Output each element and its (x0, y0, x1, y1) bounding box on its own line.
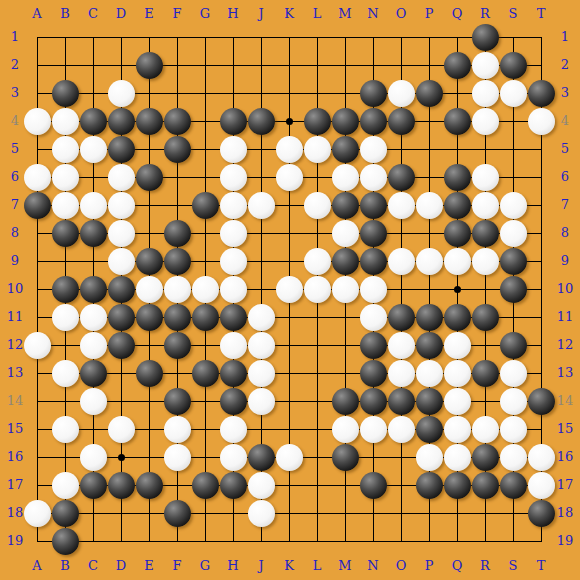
black-stone-H13 (220, 360, 247, 387)
white-stone-R7 (472, 192, 499, 219)
col-label-top-A: A (23, 6, 51, 22)
black-stone-H14 (220, 388, 247, 415)
white-stone-B5 (52, 136, 79, 163)
col-label-top-L: L (303, 6, 331, 22)
row-label-left-15: 15 (2, 421, 28, 437)
white-stone-N15 (360, 416, 387, 443)
col-label-bottom-A: A (23, 558, 51, 574)
row-label-left-7: 7 (2, 197, 28, 213)
black-stone-E9 (136, 248, 163, 275)
black-stone-F11 (164, 304, 191, 331)
white-stone-F15 (164, 416, 191, 443)
row-label-left-2: 2 (2, 57, 28, 73)
col-label-bottom-D: D (107, 558, 135, 574)
white-stone-F16 (164, 444, 191, 471)
black-stone-E6 (136, 164, 163, 191)
white-stone-J18 (248, 500, 275, 527)
white-stone-S15 (500, 416, 527, 443)
white-stone-H6 (220, 164, 247, 191)
white-stone-D7 (108, 192, 135, 219)
black-stone-F18 (164, 500, 191, 527)
row-label-right-16: 16 (552, 449, 578, 465)
black-stone-S9 (500, 248, 527, 275)
row-label-left-17: 17 (2, 477, 28, 493)
white-stone-R6 (472, 164, 499, 191)
black-stone-S10 (500, 276, 527, 303)
row-label-left-4: 4 (2, 113, 28, 129)
black-stone-O4 (388, 108, 415, 135)
hoshi-point (454, 286, 461, 293)
col-label-bottom-G: G (191, 558, 219, 574)
col-label-top-J: J (247, 6, 275, 22)
col-label-top-S: S (499, 6, 527, 22)
row-label-right-1: 1 (552, 29, 578, 45)
black-stone-P12 (416, 332, 443, 359)
black-stone-F9 (164, 248, 191, 275)
black-stone-S12 (500, 332, 527, 359)
black-stone-E17 (136, 472, 163, 499)
row-label-right-6: 6 (552, 169, 578, 185)
black-stone-B8 (52, 220, 79, 247)
col-label-top-H: H (219, 6, 247, 22)
white-stone-S8 (500, 220, 527, 247)
col-label-bottom-H: H (219, 558, 247, 574)
black-stone-N17 (360, 472, 387, 499)
white-stone-D9 (108, 248, 135, 275)
row-label-right-2: 2 (552, 57, 578, 73)
white-stone-P9 (416, 248, 443, 275)
black-stone-O14 (388, 388, 415, 415)
black-stone-T14 (528, 388, 555, 415)
black-stone-P17 (416, 472, 443, 499)
col-label-bottom-J: J (247, 558, 275, 574)
white-stone-C5 (80, 136, 107, 163)
col-label-top-R: R (471, 6, 499, 22)
col-label-top-Q: Q (443, 6, 471, 22)
col-label-bottom-K: K (275, 558, 303, 574)
row-label-right-5: 5 (552, 141, 578, 157)
white-stone-D15 (108, 416, 135, 443)
white-stone-T16 (528, 444, 555, 471)
white-stone-B11 (52, 304, 79, 331)
white-stone-D6 (108, 164, 135, 191)
black-stone-Q8 (444, 220, 471, 247)
white-stone-H15 (220, 416, 247, 443)
white-stone-E10 (136, 276, 163, 303)
white-stone-S7 (500, 192, 527, 219)
black-stone-Q6 (444, 164, 471, 191)
black-stone-C13 (80, 360, 107, 387)
col-label-top-B: B (51, 6, 79, 22)
col-label-bottom-T: T (527, 558, 555, 574)
black-stone-H4 (220, 108, 247, 135)
col-label-bottom-F: F (163, 558, 191, 574)
black-stone-Q4 (444, 108, 471, 135)
black-stone-C4 (80, 108, 107, 135)
black-stone-Q7 (444, 192, 471, 219)
row-label-left-16: 16 (2, 449, 28, 465)
black-stone-E2 (136, 52, 163, 79)
white-stone-S16 (500, 444, 527, 471)
black-stone-N7 (360, 192, 387, 219)
white-stone-O7 (388, 192, 415, 219)
row-label-right-3: 3 (552, 85, 578, 101)
white-stone-J14 (248, 388, 275, 415)
row-label-right-8: 8 (552, 225, 578, 241)
black-stone-P11 (416, 304, 443, 331)
black-stone-N8 (360, 220, 387, 247)
white-stone-O3 (388, 80, 415, 107)
white-stone-L10 (304, 276, 331, 303)
black-stone-D11 (108, 304, 135, 331)
row-label-right-7: 7 (552, 197, 578, 213)
black-stone-B18 (52, 500, 79, 527)
white-stone-Q12 (444, 332, 471, 359)
white-stone-G10 (192, 276, 219, 303)
row-label-left-19: 19 (2, 533, 28, 549)
white-stone-J7 (248, 192, 275, 219)
black-stone-O6 (388, 164, 415, 191)
white-stone-J11 (248, 304, 275, 331)
white-stone-H9 (220, 248, 247, 275)
black-stone-C10 (80, 276, 107, 303)
white-stone-Q14 (444, 388, 471, 415)
row-label-right-4: 4 (552, 113, 578, 129)
black-stone-G17 (192, 472, 219, 499)
black-stone-H11 (220, 304, 247, 331)
white-stone-Q15 (444, 416, 471, 443)
white-stone-B7 (52, 192, 79, 219)
black-stone-F8 (164, 220, 191, 247)
row-label-right-17: 17 (552, 477, 578, 493)
black-stone-Q11 (444, 304, 471, 331)
black-stone-H17 (220, 472, 247, 499)
white-stone-K6 (276, 164, 303, 191)
black-stone-E4 (136, 108, 163, 135)
white-stone-H12 (220, 332, 247, 359)
white-stone-O15 (388, 416, 415, 443)
black-stone-E13 (136, 360, 163, 387)
white-stone-O12 (388, 332, 415, 359)
row-label-right-13: 13 (552, 365, 578, 381)
row-label-right-12: 12 (552, 337, 578, 353)
black-stone-P3 (416, 80, 443, 107)
row-label-left-14: 14 (2, 393, 28, 409)
white-stone-J17 (248, 472, 275, 499)
white-stone-T17 (528, 472, 555, 499)
row-label-left-9: 9 (2, 253, 28, 269)
black-stone-D17 (108, 472, 135, 499)
white-stone-S13 (500, 360, 527, 387)
row-label-right-18: 18 (552, 505, 578, 521)
white-stone-P13 (416, 360, 443, 387)
col-label-bottom-B: B (51, 558, 79, 574)
white-stone-K5 (276, 136, 303, 163)
black-stone-S17 (500, 472, 527, 499)
white-stone-K10 (276, 276, 303, 303)
white-stone-H10 (220, 276, 247, 303)
row-label-left-12: 12 (2, 337, 28, 353)
hoshi-point (286, 118, 293, 125)
row-label-right-19: 19 (552, 533, 578, 549)
col-label-bottom-C: C (79, 558, 107, 574)
white-stone-D8 (108, 220, 135, 247)
row-label-left-8: 8 (2, 225, 28, 241)
row-label-left-13: 13 (2, 365, 28, 381)
black-stone-F4 (164, 108, 191, 135)
row-label-left-18: 18 (2, 505, 28, 521)
black-stone-R16 (472, 444, 499, 471)
white-stone-C7 (80, 192, 107, 219)
black-stone-S2 (500, 52, 527, 79)
black-stone-R13 (472, 360, 499, 387)
white-stone-M6 (332, 164, 359, 191)
white-stone-F10 (164, 276, 191, 303)
col-label-bottom-O: O (387, 558, 415, 574)
black-stone-Q17 (444, 472, 471, 499)
row-label-left-6: 6 (2, 169, 28, 185)
black-stone-J4 (248, 108, 275, 135)
white-stone-J12 (248, 332, 275, 359)
row-label-left-11: 11 (2, 309, 28, 325)
white-stone-N11 (360, 304, 387, 331)
white-stone-B15 (52, 416, 79, 443)
black-stone-D10 (108, 276, 135, 303)
black-stone-N9 (360, 248, 387, 275)
col-label-bottom-P: P (415, 558, 443, 574)
black-stone-B10 (52, 276, 79, 303)
row-label-left-3: 3 (2, 85, 28, 101)
white-stone-P7 (416, 192, 443, 219)
black-stone-N12 (360, 332, 387, 359)
white-stone-B13 (52, 360, 79, 387)
black-stone-M16 (332, 444, 359, 471)
col-label-top-K: K (275, 6, 303, 22)
black-stone-L4 (304, 108, 331, 135)
white-stone-P16 (416, 444, 443, 471)
col-label-bottom-Q: Q (443, 558, 471, 574)
black-stone-G11 (192, 304, 219, 331)
col-label-top-C: C (79, 6, 107, 22)
col-label-top-E: E (135, 6, 163, 22)
white-stone-H7 (220, 192, 247, 219)
black-stone-D5 (108, 136, 135, 163)
white-stone-L7 (304, 192, 331, 219)
black-stone-G13 (192, 360, 219, 387)
white-stone-K16 (276, 444, 303, 471)
col-label-bottom-E: E (135, 558, 163, 574)
white-stone-C16 (80, 444, 107, 471)
white-stone-J13 (248, 360, 275, 387)
col-label-top-O: O (387, 6, 415, 22)
white-stone-M10 (332, 276, 359, 303)
white-stone-B4 (52, 108, 79, 135)
white-stone-M15 (332, 416, 359, 443)
col-label-bottom-N: N (359, 558, 387, 574)
white-stone-C14 (80, 388, 107, 415)
black-stone-Q2 (444, 52, 471, 79)
black-stone-F12 (164, 332, 191, 359)
black-stone-B19 (52, 528, 79, 555)
white-stone-C12 (80, 332, 107, 359)
black-stone-B3 (52, 80, 79, 107)
black-stone-M4 (332, 108, 359, 135)
white-stone-T4 (528, 108, 555, 135)
white-stone-O13 (388, 360, 415, 387)
col-label-bottom-M: M (331, 558, 359, 574)
white-stone-B17 (52, 472, 79, 499)
black-stone-R17 (472, 472, 499, 499)
white-stone-B6 (52, 164, 79, 191)
row-label-right-14: 14 (552, 393, 578, 409)
black-stone-G7 (192, 192, 219, 219)
black-stone-M7 (332, 192, 359, 219)
black-stone-N14 (360, 388, 387, 415)
white-stone-S3 (500, 80, 527, 107)
white-stone-R15 (472, 416, 499, 443)
black-stone-R1 (472, 24, 499, 51)
col-label-top-N: N (359, 6, 387, 22)
row-label-right-9: 9 (552, 253, 578, 269)
white-stone-D3 (108, 80, 135, 107)
black-stone-J16 (248, 444, 275, 471)
hoshi-point (118, 454, 125, 461)
white-stone-Q9 (444, 248, 471, 275)
row-label-right-11: 11 (552, 309, 578, 325)
col-label-bottom-S: S (499, 558, 527, 574)
black-stone-M14 (332, 388, 359, 415)
black-stone-F5 (164, 136, 191, 163)
col-label-bottom-R: R (471, 558, 499, 574)
white-stone-R4 (472, 108, 499, 135)
grid-hline (37, 513, 542, 514)
white-stone-N6 (360, 164, 387, 191)
black-stone-M5 (332, 136, 359, 163)
white-stone-H16 (220, 444, 247, 471)
white-stone-R3 (472, 80, 499, 107)
col-label-top-T: T (527, 6, 555, 22)
black-stone-P14 (416, 388, 443, 415)
row-label-left-5: 5 (2, 141, 28, 157)
black-stone-F14 (164, 388, 191, 415)
black-stone-M9 (332, 248, 359, 275)
black-stone-R11 (472, 304, 499, 331)
black-stone-N4 (360, 108, 387, 135)
black-stone-T18 (528, 500, 555, 527)
row-label-left-1: 1 (2, 29, 28, 45)
grid-hline (37, 541, 542, 542)
black-stone-E11 (136, 304, 163, 331)
white-stone-H5 (220, 136, 247, 163)
row-label-right-10: 10 (552, 281, 578, 297)
white-stone-R2 (472, 52, 499, 79)
white-stone-Q13 (444, 360, 471, 387)
white-stone-Q16 (444, 444, 471, 471)
black-stone-C8 (80, 220, 107, 247)
col-label-top-F: F (163, 6, 191, 22)
black-stone-N3 (360, 80, 387, 107)
col-label-top-D: D (107, 6, 135, 22)
white-stone-S14 (500, 388, 527, 415)
col-label-top-P: P (415, 6, 443, 22)
row-label-left-10: 10 (2, 281, 28, 297)
white-stone-O9 (388, 248, 415, 275)
black-stone-N13 (360, 360, 387, 387)
go-board: AABBCCDDEEFFGGHHJJKKLLMMNNOOPPQQRRSSTT11… (0, 0, 580, 580)
white-stone-L5 (304, 136, 331, 163)
white-stone-L9 (304, 248, 331, 275)
black-stone-P15 (416, 416, 443, 443)
black-stone-C17 (80, 472, 107, 499)
black-stone-R8 (472, 220, 499, 247)
col-label-bottom-L: L (303, 558, 331, 574)
white-stone-R9 (472, 248, 499, 275)
white-stone-N10 (360, 276, 387, 303)
white-stone-H8 (220, 220, 247, 247)
black-stone-O11 (388, 304, 415, 331)
row-label-right-15: 15 (552, 421, 578, 437)
white-stone-M8 (332, 220, 359, 247)
black-stone-D12 (108, 332, 135, 359)
col-label-top-M: M (331, 6, 359, 22)
col-label-top-G: G (191, 6, 219, 22)
white-stone-C11 (80, 304, 107, 331)
black-stone-D4 (108, 108, 135, 135)
black-stone-T3 (528, 80, 555, 107)
white-stone-N5 (360, 136, 387, 163)
